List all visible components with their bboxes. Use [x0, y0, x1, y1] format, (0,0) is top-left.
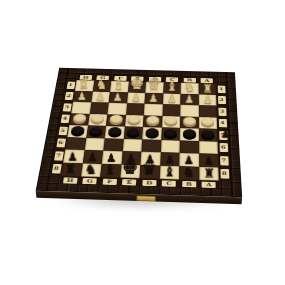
product-photo: HGFEDCBA HGFEDCBA 12345678 12345678 ♜♞♝♚…	[0, 0, 285, 285]
white-pawn[interactable]: ♟	[130, 92, 140, 103]
rank-label-6: 6	[55, 138, 65, 147]
rank-label-4: 4	[60, 114, 69, 122]
white-bishop[interactable]: ♝	[166, 80, 177, 92]
dark-checker-disc[interactable]	[70, 125, 84, 134]
white-pawn[interactable]: ♟	[95, 91, 105, 102]
square-c2[interactable]: ♟	[162, 93, 180, 105]
square-b8[interactable]: ♞	[179, 165, 199, 179]
white-queen[interactable]: ♛	[147, 77, 161, 92]
rank-label-8: 8	[51, 164, 61, 174]
square-a2[interactable]: ♟	[198, 94, 216, 106]
square-d4[interactable]	[143, 115, 162, 127]
square-d5[interactable]	[142, 127, 161, 140]
black-knight[interactable]: ♞	[182, 165, 194, 179]
white-knight[interactable]: ♞	[95, 78, 106, 90]
brass-clasp[interactable]	[136, 195, 156, 201]
white-pawn[interactable]: ♟	[112, 91, 122, 102]
square-g2[interactable]: ♟	[90, 91, 109, 103]
light-checker-disc[interactable]	[72, 113, 86, 122]
rank-label-5: 5	[58, 126, 67, 135]
square-e3[interactable]	[125, 103, 144, 115]
white-pawn[interactable]: ♟	[148, 92, 158, 103]
rank-label-2: 2	[64, 92, 73, 100]
square-b6[interactable]	[179, 140, 198, 153]
square-b5[interactable]	[179, 128, 198, 141]
dark-checker-disc[interactable]	[182, 128, 195, 137]
light-checker-disc[interactable]	[127, 115, 141, 124]
scene: HGFEDCBA HGFEDCBA 12345678 12345678 ♜♞♝♚…	[0, 0, 285, 285]
black-knight[interactable]: ♞	[84, 162, 96, 176]
dark-checker-disc[interactable]	[89, 126, 103, 135]
square-g8[interactable]: ♞	[80, 163, 101, 177]
black-bishop[interactable]: ♝	[103, 162, 115, 176]
black-pawn[interactable]: ♟	[203, 154, 213, 166]
square-e8[interactable]: ♚	[119, 164, 140, 178]
square-a6[interactable]	[198, 140, 217, 153]
light-checker-disc[interactable]	[182, 116, 195, 125]
white-pawn[interactable]: ♟	[166, 93, 176, 104]
square-g5[interactable]	[85, 125, 105, 138]
rank-label-6: 6	[219, 143, 228, 152]
white-rook[interactable]: ♜	[78, 78, 88, 89]
square-a4[interactable]	[198, 116, 217, 128]
dark-checker-disc[interactable]	[145, 127, 159, 136]
square-d2[interactable]: ♟	[144, 92, 162, 104]
square-f8[interactable]: ♝	[100, 163, 121, 177]
square-a5[interactable]	[198, 128, 217, 141]
dark-checker-disc[interactable]	[201, 129, 214, 138]
light-checker-disc[interactable]	[109, 114, 123, 123]
square-d3[interactable]	[143, 103, 162, 115]
black-queen[interactable]: ♛	[141, 160, 156, 177]
white-knight[interactable]: ♞	[183, 80, 194, 92]
dark-checker-disc[interactable]	[163, 128, 176, 137]
black-rook[interactable]: ♜	[202, 166, 214, 179]
white-pawn[interactable]: ♟	[202, 94, 212, 105]
square-f2[interactable]: ♟	[108, 91, 127, 103]
square-f4[interactable]	[106, 114, 126, 126]
dark-checker-disc[interactable]	[126, 127, 140, 136]
square-f5[interactable]	[104, 125, 124, 138]
light-checker-disc[interactable]	[164, 116, 177, 125]
board-grid[interactable]: ♜♞♝♚♛♝♞♜♟♟♟♟♟♟♟♟♟♟♟♟♟♟♟♟♜♞♝♚♛♝♞♜	[60, 80, 218, 181]
file-label-h: H	[62, 176, 77, 182]
black-bishop[interactable]: ♝	[162, 164, 174, 178]
light-checker-disc[interactable]	[201, 117, 214, 126]
white-pawn[interactable]: ♟	[77, 90, 87, 101]
square-d8[interactable]: ♛	[139, 164, 159, 178]
white-king[interactable]: ♚	[129, 75, 144, 91]
square-e5[interactable]	[123, 126, 143, 139]
dark-checker-disc[interactable]	[107, 126, 121, 135]
square-h5[interactable]	[67, 124, 87, 137]
light-checker-disc[interactable]	[145, 115, 158, 124]
rank-label-1: 1	[217, 85, 225, 93]
square-a8[interactable]: ♜	[198, 166, 218, 180]
white-pawn[interactable]: ♟	[184, 93, 194, 104]
square-c5[interactable]	[160, 127, 179, 140]
light-checker-disc[interactable]	[90, 114, 104, 123]
square-h8[interactable]: ♜	[60, 162, 81, 176]
black-rook[interactable]: ♜	[65, 162, 76, 175]
black-king[interactable]: ♚	[121, 159, 137, 177]
black-pawn[interactable]: ♟	[67, 150, 77, 162]
rank-label-1: 1	[66, 81, 75, 89]
square-c8[interactable]: ♝	[159, 165, 179, 179]
chess-board[interactable]: HGFEDCBA HGFEDCBA 12345678 12345678 ♜♞♝♚…	[35, 67, 241, 196]
loose-black-pawn[interactable]: ♟	[220, 128, 230, 139]
rank-label-8: 8	[219, 169, 228, 179]
white-rook[interactable]: ♜	[202, 82, 212, 93]
white-bishop[interactable]: ♝	[113, 78, 124, 90]
square-b2[interactable]: ♟	[180, 93, 198, 105]
